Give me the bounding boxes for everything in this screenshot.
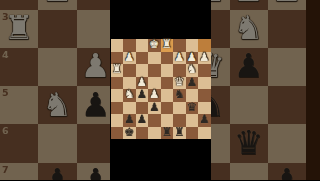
black-rook-c8[interactable]: ♜ [174, 127, 184, 139]
black-pawn-f5[interactable]: ♟ [137, 89, 147, 101]
square-g4 [38, 48, 76, 86]
black-pawn-f5: ♟ [81, 88, 111, 121]
square-a4[interactable] [198, 77, 211, 90]
square-a3[interactable] [198, 64, 211, 77]
square-f4: ♟ [77, 48, 115, 86]
square-f3 [77, 10, 115, 48]
rank-label-5: 5 [2, 87, 9, 98]
square-a2[interactable]: ♟ [198, 52, 211, 65]
black-knight-c5[interactable]: ♞ [174, 89, 184, 101]
square-a6 [268, 124, 306, 162]
square-h6[interactable] [111, 102, 124, 115]
square-h7: 7 [0, 163, 38, 181]
square-c8[interactable]: ♜ [173, 127, 186, 140]
square-h4[interactable] [111, 77, 124, 90]
square-b7[interactable] [186, 114, 199, 127]
white-pawn-g2: ♟ [43, 0, 73, 6]
square-g2[interactable]: ♟ [123, 52, 136, 65]
black-pawn-a7: ♟ [272, 164, 302, 180]
black-pawn-b4[interactable]: ♟ [187, 77, 197, 89]
square-d1[interactable]: ♜ [161, 39, 174, 52]
square-d6[interactable] [161, 102, 174, 115]
square-e6[interactable]: ♟ [148, 102, 161, 115]
square-e3[interactable] [148, 64, 161, 77]
square-e1[interactable]: ♚ [148, 39, 161, 52]
square-g2: ♟ [38, 0, 76, 10]
square-b4: ♟ [230, 48, 268, 86]
white-king-e1[interactable]: ♚ [149, 39, 159, 51]
chess-board[interactable]: ♚♜♟♟♟♟♜♞♟♛♟♞♟♟♞♟♛♟♟♟♚♜♜ [111, 39, 211, 139]
square-a8[interactable] [198, 127, 211, 140]
square-b4[interactable]: ♟ [186, 77, 199, 90]
white-pawn-g2[interactable]: ♟ [124, 52, 134, 64]
square-b6[interactable]: ♛ [186, 102, 199, 115]
square-a7[interactable]: ♟ [198, 114, 211, 127]
square-h3[interactable]: ♜ [111, 64, 124, 77]
white-rook-h3: ♜ [4, 11, 34, 44]
square-e7[interactable] [148, 114, 161, 127]
square-d5[interactable] [161, 89, 174, 102]
square-f8[interactable] [136, 127, 149, 140]
square-f7: ♟ [77, 163, 115, 181]
white-knight-g5: ♞ [43, 88, 73, 121]
square-c6[interactable] [173, 102, 186, 115]
square-a5 [268, 86, 306, 124]
square-b8[interactable] [186, 127, 199, 140]
square-a4 [268, 48, 306, 86]
square-h1[interactable] [111, 39, 124, 52]
rank-label-4: 4 [2, 49, 9, 60]
white-knight-b3: ♞ [234, 11, 264, 44]
square-g3[interactable] [123, 64, 136, 77]
square-c5[interactable]: ♞ [173, 89, 186, 102]
square-f5[interactable]: ♟ [136, 89, 149, 102]
square-a7: ♟ [268, 163, 306, 181]
square-f5: ♟ [77, 86, 115, 124]
square-h4: 4 [0, 48, 38, 86]
black-pawn-b4: ♟ [234, 50, 264, 83]
rank-label-7: 7 [2, 164, 9, 175]
square-h3: 3♜ [0, 10, 38, 48]
square-c2[interactable]: ♟ [173, 52, 186, 65]
square-h5: 5 [0, 86, 38, 124]
black-pawn-e6[interactable]: ♟ [149, 102, 159, 114]
square-d4[interactable] [161, 77, 174, 90]
black-pawn-f7[interactable]: ♟ [137, 114, 147, 126]
black-pawn-a7[interactable]: ♟ [199, 114, 209, 126]
black-rook-d8[interactable]: ♜ [162, 127, 172, 139]
white-pawn-c2[interactable]: ♟ [174, 52, 184, 64]
square-h5[interactable] [111, 89, 124, 102]
square-d8[interactable]: ♜ [161, 127, 174, 140]
square-a5[interactable] [198, 89, 211, 102]
square-a2: ♟ [268, 0, 306, 10]
square-g3 [38, 10, 76, 48]
video-frame: 1♚♜2♟♟♟♟3♜♞4♟♛♟5♞♟♟♞6♟♛7♟♟♟8♚♜♜ ♚♜♟♟♟♟♜♞… [0, 0, 320, 180]
square-f2[interactable] [136, 52, 149, 65]
square-b5 [230, 86, 268, 124]
square-e8[interactable] [148, 127, 161, 140]
square-g7: ♟ [38, 163, 76, 181]
white-pawn-a2: ♟ [272, 0, 302, 6]
square-g5[interactable]: ♞ [123, 89, 136, 102]
square-d3[interactable] [161, 64, 174, 77]
square-h7[interactable] [111, 114, 124, 127]
black-queen-b6: ♛ [234, 126, 264, 159]
square-e2[interactable] [148, 52, 161, 65]
square-b6: ♛ [230, 124, 268, 162]
square-f6 [77, 124, 115, 162]
white-knight-g5[interactable]: ♞ [124, 89, 134, 101]
square-d2[interactable] [161, 52, 174, 65]
square-a3 [268, 10, 306, 48]
black-king-g8[interactable]: ♚ [124, 127, 134, 139]
black-pawn-g7: ♟ [43, 164, 73, 180]
square-f2 [77, 0, 115, 10]
white-rook-h3[interactable]: ♜ [112, 64, 122, 76]
square-g8[interactable]: ♚ [123, 127, 136, 140]
white-pawn-f4: ♟ [81, 50, 111, 83]
black-pawn-f7: ♟ [81, 164, 111, 180]
black-queen-b6[interactable]: ♛ [187, 102, 197, 114]
square-b3: ♞ [230, 10, 268, 48]
white-pawn-a2[interactable]: ♟ [199, 52, 209, 64]
square-h6: 6 [0, 124, 38, 162]
white-pawn-b2: ♟ [234, 0, 264, 6]
square-b7 [230, 163, 268, 181]
square-f1[interactable] [136, 39, 149, 52]
white-rook-d1[interactable]: ♜ [162, 39, 172, 51]
square-h8[interactable] [111, 127, 124, 140]
square-g6 [38, 124, 76, 162]
square-f7[interactable]: ♟ [136, 114, 149, 127]
rank-label-6: 6 [2, 125, 9, 136]
square-g5: ♞ [38, 86, 76, 124]
